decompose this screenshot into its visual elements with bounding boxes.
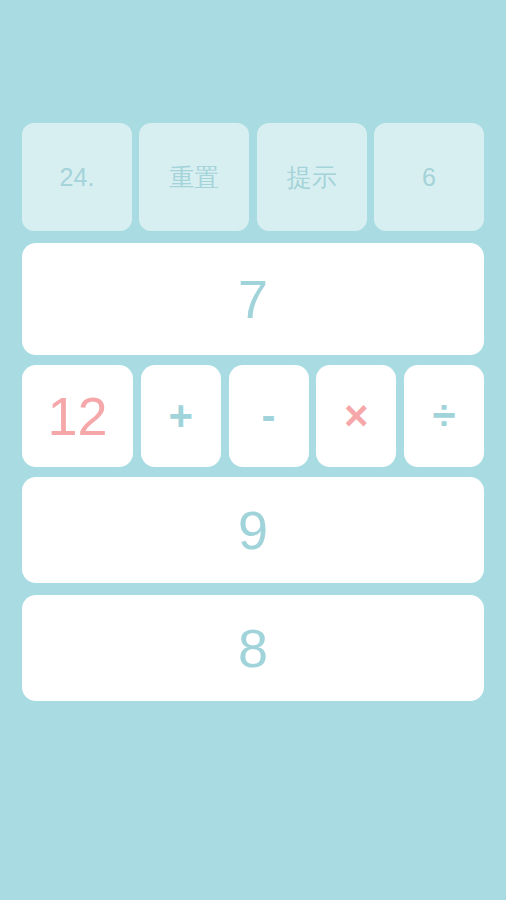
number-card-7[interactable]: 7 [22, 243, 484, 355]
counter-button[interactable]: 6 [374, 123, 484, 231]
operator-divide-button[interactable]: ÷ [404, 365, 484, 467]
operator-minus-button[interactable]: - [229, 365, 309, 467]
number-card-12[interactable]: 12 [22, 365, 133, 467]
operator-multiply-button[interactable]: × [316, 365, 396, 467]
number-card-8[interactable]: 8 [22, 595, 484, 701]
toolbar: 24. 重置 提示 6 [22, 123, 484, 231]
operator-row: 12 + - × ÷ [22, 365, 484, 467]
operator-plus-button[interactable]: + [141, 365, 221, 467]
game-screen: 24. 重置 提示 6 7 12 + - × ÷ 9 8 [0, 0, 506, 900]
reset-button[interactable]: 重置 [139, 123, 249, 231]
hint-button[interactable]: 提示 [257, 123, 367, 231]
title-button[interactable]: 24. [22, 123, 132, 231]
number-card-9[interactable]: 9 [22, 477, 484, 583]
